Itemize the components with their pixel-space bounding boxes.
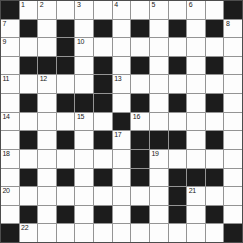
white-cell[interactable]: 15: [75, 113, 93, 131]
white-cell[interactable]: [38, 224, 56, 242]
white-cell[interactable]: [38, 131, 56, 149]
black-cell: [169, 94, 187, 112]
black-cell: [57, 38, 75, 56]
black-cell: [131, 57, 149, 75]
black-cell: [131, 20, 149, 38]
white-cell[interactable]: [113, 57, 131, 75]
white-cell[interactable]: [150, 75, 168, 93]
black-cell: [224, 224, 242, 242]
white-cell[interactable]: [94, 150, 112, 168]
white-cell[interactable]: [75, 131, 93, 149]
white-cell[interactable]: [150, 113, 168, 131]
white-cell[interactable]: 2: [38, 1, 56, 19]
clue-number: 22: [21, 224, 28, 232]
black-cell: [94, 75, 112, 93]
white-cell[interactable]: [113, 38, 131, 56]
black-cell: [169, 169, 187, 187]
white-cell[interactable]: [206, 224, 224, 242]
white-cell[interactable]: [206, 1, 224, 19]
white-cell[interactable]: 18: [1, 150, 19, 168]
clue-number: 4: [114, 1, 118, 9]
black-cell: [94, 169, 112, 187]
clue-number: 13: [114, 75, 121, 83]
white-cell[interactable]: [113, 20, 131, 38]
black-cell: [224, 1, 242, 19]
white-cell[interactable]: [75, 206, 93, 224]
white-cell[interactable]: [20, 187, 38, 205]
white-cell[interactable]: 11: [1, 75, 19, 93]
white-cell[interactable]: [57, 75, 75, 93]
clue-number: 18: [3, 150, 10, 158]
white-cell[interactable]: [38, 150, 56, 168]
white-cell[interactable]: [57, 187, 75, 205]
white-cell[interactable]: 6: [187, 1, 205, 19]
white-cell[interactable]: [206, 187, 224, 205]
clue-number: 14: [3, 113, 10, 121]
white-cell[interactable]: [150, 224, 168, 242]
white-cell[interactable]: 3: [75, 1, 93, 19]
white-cell[interactable]: [224, 206, 242, 224]
white-cell[interactable]: [113, 187, 131, 205]
white-cell[interactable]: [169, 1, 187, 19]
white-cell[interactable]: [57, 224, 75, 242]
white-cell[interactable]: [187, 75, 205, 93]
white-cell[interactable]: [38, 187, 56, 205]
white-cell[interactable]: [206, 113, 224, 131]
white-cell[interactable]: 22: [20, 224, 38, 242]
black-cell: [131, 150, 149, 168]
black-cell: [169, 206, 187, 224]
white-cell[interactable]: 10: [75, 38, 93, 56]
white-cell[interactable]: [169, 150, 187, 168]
white-cell[interactable]: [75, 20, 93, 38]
white-cell[interactable]: [187, 113, 205, 131]
white-cell[interactable]: [150, 187, 168, 205]
white-cell[interactable]: [1, 131, 19, 149]
white-cell[interactable]: [94, 38, 112, 56]
white-cell[interactable]: 14: [1, 113, 19, 131]
white-cell[interactable]: [1, 169, 19, 187]
white-cell[interactable]: [187, 150, 205, 168]
black-cell: [20, 206, 38, 224]
black-cell: [131, 94, 149, 112]
white-cell[interactable]: [38, 20, 56, 38]
white-cell[interactable]: [131, 75, 149, 93]
white-cell[interactable]: [38, 38, 56, 56]
white-cell[interactable]: [187, 206, 205, 224]
white-cell[interactable]: [38, 169, 56, 187]
white-cell[interactable]: [169, 38, 187, 56]
black-cell: [169, 187, 187, 205]
white-cell[interactable]: [169, 113, 187, 131]
clue-number: 20: [3, 187, 10, 195]
white-cell[interactable]: [169, 224, 187, 242]
white-cell[interactable]: [94, 113, 112, 131]
white-cell[interactable]: [20, 38, 38, 56]
clue-number: 12: [40, 75, 47, 83]
clue-number: 21: [189, 187, 196, 195]
white-cell[interactable]: [113, 224, 131, 242]
white-cell[interactable]: [20, 113, 38, 131]
white-cell[interactable]: [20, 150, 38, 168]
white-cell[interactable]: [206, 38, 224, 56]
white-cell[interactable]: [57, 1, 75, 19]
white-cell[interactable]: [206, 150, 224, 168]
white-cell[interactable]: [150, 94, 168, 112]
white-cell[interactable]: [150, 38, 168, 56]
white-cell[interactable]: [224, 131, 242, 149]
white-cell[interactable]: [150, 206, 168, 224]
white-cell[interactable]: [113, 150, 131, 168]
white-cell[interactable]: [224, 75, 242, 93]
white-cell[interactable]: [75, 169, 93, 187]
white-cell[interactable]: [113, 94, 131, 112]
white-cell[interactable]: 7: [1, 20, 19, 38]
clue-number: 3: [77, 1, 81, 9]
white-cell[interactable]: [38, 94, 56, 112]
white-cell[interactable]: [187, 57, 205, 75]
black-cell: [20, 20, 38, 38]
white-cell[interactable]: 9: [1, 38, 19, 56]
white-cell[interactable]: [187, 94, 205, 112]
white-cell[interactable]: [150, 169, 168, 187]
white-cell[interactable]: [131, 1, 149, 19]
black-cell: [206, 94, 224, 112]
clue-number: 16: [133, 113, 140, 121]
white-cell[interactable]: [131, 224, 149, 242]
white-cell[interactable]: [94, 224, 112, 242]
black-cell: [57, 206, 75, 224]
black-cell: [20, 94, 38, 112]
white-cell[interactable]: [224, 150, 242, 168]
black-cell: [57, 169, 75, 187]
white-cell[interactable]: 21: [187, 187, 205, 205]
white-cell[interactable]: [131, 38, 149, 56]
white-cell[interactable]: [38, 113, 56, 131]
clue-number: 7: [3, 20, 7, 28]
black-cell: [150, 131, 168, 149]
white-cell[interactable]: 5: [150, 1, 168, 19]
white-cell[interactable]: [224, 94, 242, 112]
white-cell[interactable]: [94, 1, 112, 19]
black-cell: [206, 169, 224, 187]
white-cell[interactable]: [224, 187, 242, 205]
white-cell[interactable]: [20, 75, 38, 93]
white-cell[interactable]: [38, 206, 56, 224]
white-cell[interactable]: [1, 94, 19, 112]
black-cell: [94, 20, 112, 38]
white-cell[interactable]: [169, 75, 187, 93]
white-cell[interactable]: [150, 57, 168, 75]
white-cell[interactable]: 1: [20, 1, 38, 19]
white-cell[interactable]: 16: [131, 113, 149, 131]
white-cell[interactable]: [1, 206, 19, 224]
black-cell: [94, 94, 112, 112]
white-cell[interactable]: [224, 113, 242, 131]
white-cell[interactable]: [150, 20, 168, 38]
black-cell: [131, 131, 149, 149]
white-cell[interactable]: [75, 57, 93, 75]
black-cell: [20, 131, 38, 149]
black-cell: [57, 131, 75, 149]
black-cell: [94, 131, 112, 149]
black-cell: [57, 94, 75, 112]
white-cell[interactable]: 19: [150, 150, 168, 168]
black-cell: [131, 206, 149, 224]
white-cell[interactable]: [75, 224, 93, 242]
white-cell[interactable]: [187, 131, 205, 149]
black-cell: [20, 169, 38, 187]
white-cell[interactable]: [113, 169, 131, 187]
white-cell[interactable]: [224, 169, 242, 187]
black-cell: [169, 57, 187, 75]
black-cell: [1, 1, 19, 19]
crossword-board: 12345678910111213141516171819202122: [0, 0, 243, 243]
white-cell[interactable]: [224, 38, 242, 56]
black-cell: [57, 20, 75, 38]
white-cell[interactable]: 12: [38, 75, 56, 93]
clue-number: 5: [151, 1, 155, 9]
clue-number: 11: [3, 75, 10, 83]
white-cell[interactable]: 17: [113, 131, 131, 149]
black-cell: [206, 20, 224, 38]
black-cell: [94, 206, 112, 224]
white-cell[interactable]: [187, 20, 205, 38]
white-cell[interactable]: [113, 206, 131, 224]
black-cell: [57, 57, 75, 75]
white-cell[interactable]: [57, 150, 75, 168]
clue-number: 9: [3, 38, 7, 46]
black-cell: [131, 169, 149, 187]
white-cell[interactable]: 4: [113, 1, 131, 19]
white-cell[interactable]: 20: [1, 187, 19, 205]
white-cell[interactable]: [187, 224, 205, 242]
black-cell: [169, 131, 187, 149]
clue-number: 8: [226, 20, 230, 28]
clue-number: 1: [21, 1, 25, 9]
white-cell[interactable]: [75, 187, 93, 205]
black-cell: [94, 57, 112, 75]
black-cell: [1, 224, 19, 242]
white-cell[interactable]: [131, 187, 149, 205]
clue-number: 10: [77, 38, 84, 46]
white-cell[interactable]: 13: [113, 75, 131, 93]
black-cell: [38, 57, 56, 75]
clue-number: 2: [40, 1, 44, 9]
black-cell: [187, 169, 205, 187]
white-cell[interactable]: [1, 57, 19, 75]
white-cell[interactable]: [224, 57, 242, 75]
clue-number: 17: [114, 131, 121, 139]
clue-number: 15: [77, 113, 84, 121]
black-cell: [113, 113, 131, 131]
clue-number: 19: [151, 150, 158, 158]
black-cell: [206, 57, 224, 75]
white-cell[interactable]: [94, 187, 112, 205]
white-cell[interactable]: 8: [224, 20, 242, 38]
white-cell[interactable]: [206, 75, 224, 93]
white-cell[interactable]: [57, 113, 75, 131]
black-cell: [75, 94, 93, 112]
black-cell: [169, 20, 187, 38]
black-cell: [206, 131, 224, 149]
white-cell[interactable]: [187, 38, 205, 56]
black-cell: [206, 206, 224, 224]
white-cell[interactable]: [75, 150, 93, 168]
white-cell[interactable]: [75, 75, 93, 93]
black-cell: [20, 57, 38, 75]
clue-number: 6: [189, 1, 193, 9]
